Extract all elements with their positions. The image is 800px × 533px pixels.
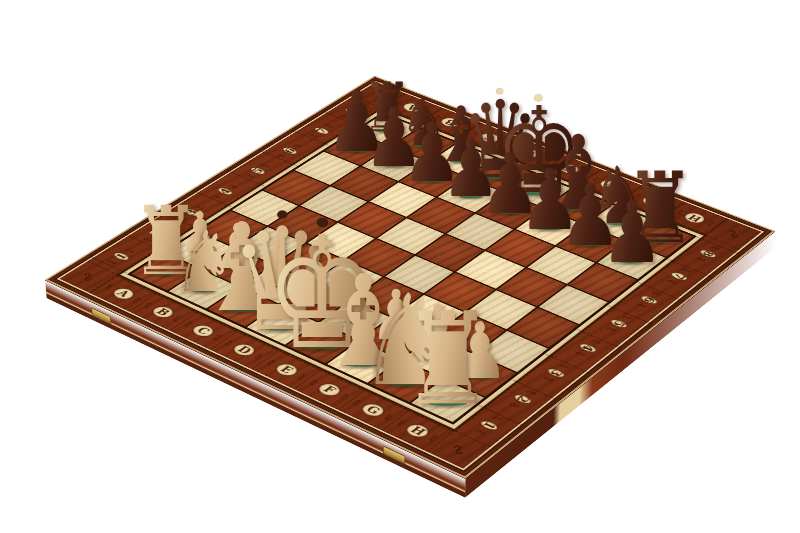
- scroll-ornament-icon: ∾: [290, 141, 306, 150]
- scroll-ornament-icon: ∾: [587, 336, 604, 347]
- rank-label-5: 5: [608, 317, 631, 329]
- scroll-ornament-icon: ∾: [618, 312, 635, 323]
- rank-label-3: 3: [544, 367, 567, 380]
- scroll-ornament-icon: ∾: [555, 361, 573, 372]
- brass-clasp-icon: [92, 308, 112, 326]
- scroll-ornament-icon: ∾: [678, 266, 695, 276]
- piece-glyph: ♟: [601, 190, 663, 275]
- scroll-ornament-icon: ∾: [603, 324, 620, 335]
- scroll-ornament-icon: ∾: [721, 228, 748, 238]
- scroll-ornament-icon: ∾: [571, 349, 589, 360]
- scroll-ornament-icon: ∾: [648, 289, 665, 299]
- scroll-ornament-icon: ∾: [506, 399, 524, 411]
- scroll-ornament-icon: ∾: [444, 443, 473, 456]
- rank-label-6: 6: [638, 294, 661, 306]
- rank-label-7: 7: [668, 271, 690, 282]
- product-photo-scene: ∾ ∾A∾∾B∾∾C∾∾D∾∾E∾∾F∾∾G∾∾H∾ ∾ ∾8∾∾7∾∾6∾∾5…: [0, 0, 800, 533]
- scroll-ornament-icon: ∾: [274, 151, 290, 160]
- crown-finial: [534, 94, 543, 101]
- piece-white-rook-h1[interactable]: ♜: [391, 296, 505, 423]
- scroll-ornament-icon: ∾: [242, 171, 259, 180]
- scroll-ornament-icon: ∾: [104, 257, 122, 267]
- scroll-ornament-icon: ∾: [522, 386, 540, 398]
- scroll-ornament-icon: ∾: [633, 300, 650, 311]
- rank-label-4: 4: [576, 342, 599, 354]
- rank-label-2: 2: [511, 392, 535, 405]
- scroll-ornament-icon: ∾: [539, 374, 557, 385]
- piece-black-pawn-h7[interactable]: ♟: [594, 190, 670, 275]
- scroll-ornament-icon: ∾: [663, 277, 680, 287]
- crown-finial: [317, 218, 328, 227]
- piece-glyph: ♜: [401, 296, 494, 423]
- scroll-ornament-icon: ∾: [76, 271, 101, 282]
